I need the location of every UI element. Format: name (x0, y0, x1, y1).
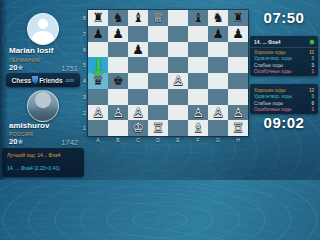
logo-text-2: Friends (39, 77, 62, 84)
square-d5[interactable] (148, 57, 168, 73)
square-b7[interactable]: ♟ (108, 26, 128, 42)
piece-white-p-c2[interactable]: ♙ (128, 105, 148, 121)
stats-label: Ошибочные ходы (254, 107, 292, 112)
file-label-c: C (128, 137, 148, 143)
star-icon: ★ (17, 64, 23, 71)
rank-label-1: 1 (82, 125, 87, 131)
piece-white-p-f2[interactable]: ♙ (188, 105, 208, 121)
square-g1[interactable] (208, 120, 228, 136)
logo-suffix: .com (65, 78, 75, 83)
player-level-bottom: 20★ (9, 137, 24, 146)
square-c8[interactable]: ♝ (128, 10, 148, 26)
square-g5[interactable] (208, 57, 228, 73)
square-h7[interactable]: ♟ (228, 26, 248, 42)
square-a3[interactable] (88, 89, 108, 105)
file-label-a: A (88, 137, 108, 143)
piece-black-r-a8[interactable]: ♜ (88, 10, 108, 26)
rank-label-2: 2 (82, 110, 87, 116)
person-icon (38, 19, 48, 29)
square-d7[interactable] (148, 26, 168, 42)
square-g2[interactable]: ♙ (208, 105, 228, 121)
square-c4[interactable] (128, 73, 148, 89)
piece-black-p-a7[interactable]: ♟ (88, 26, 108, 42)
square-e2[interactable] (168, 105, 188, 121)
shield-icon (32, 76, 38, 84)
piece-black-p-h7[interactable]: ♟ (228, 26, 248, 42)
square-d8[interactable]: ♕ (148, 10, 168, 26)
square-b2[interactable]: ♙ (108, 105, 128, 121)
stats-label: Удовлетвор. ходы (254, 94, 292, 99)
square-f3[interactable] (188, 89, 208, 105)
piece-black-n-g8[interactable]: ♞ (208, 10, 228, 26)
player-name-bottom: amishurov (9, 121, 49, 130)
piece-black-b-c8[interactable]: ♝ (128, 10, 148, 26)
piece-white-r-d1[interactable]: ♖ (148, 120, 168, 136)
square-b1[interactable] (108, 120, 128, 136)
avatar-top-player[interactable] (27, 13, 59, 45)
square-c5[interactable] (128, 57, 148, 73)
square-g7[interactable]: ♟ (208, 26, 228, 42)
rank-label-3: 3 (82, 94, 87, 100)
piece-black-r-h8[interactable]: ♜ (228, 10, 248, 26)
stats-row-mistakes: Ошибочные ходы1 (250, 68, 318, 75)
square-f1[interactable]: ♗ (188, 120, 208, 136)
square-e1[interactable] (168, 120, 188, 136)
stats-value: 11 (309, 50, 314, 55)
stats-value: 0 (311, 101, 314, 106)
piece-white-p-g2[interactable]: ♙ (208, 105, 228, 121)
piece-black-k-b4[interactable]: ♚ (108, 73, 128, 89)
piece-black-p-g7[interactable]: ♟ (208, 26, 228, 42)
chessfriends-logo: Chess Friends .com (6, 73, 80, 87)
player-level-top: 20★ (9, 63, 24, 72)
square-a1[interactable] (88, 120, 108, 136)
stats-value: 1 (311, 107, 314, 112)
square-h2[interactable]: ♙ (228, 105, 248, 121)
square-a5[interactable] (88, 57, 108, 73)
piece-white-r-h1[interactable]: ♖ (228, 120, 248, 136)
square-d6[interactable] (148, 42, 168, 58)
square-a7[interactable]: ♟ (88, 26, 108, 42)
rank-label-8: 8 (82, 15, 87, 21)
square-a4[interactable]: ♛ (88, 73, 108, 89)
played-move-line: 14. ... Фxa4 (2.23>0.41) (7, 165, 60, 171)
square-b5[interactable] (108, 57, 128, 73)
piece-white-q-d8[interactable]: ♕ (148, 10, 168, 26)
square-a6[interactable] (88, 42, 108, 58)
square-g8[interactable]: ♞ (208, 10, 228, 26)
piece-white-p-h2[interactable]: ♙ (228, 105, 248, 121)
square-h4[interactable] (228, 73, 248, 89)
stats-value: 3 (311, 56, 314, 61)
piece-white-p-a2[interactable]: ♙ (88, 105, 108, 121)
square-d3[interactable] (148, 89, 168, 105)
square-d1[interactable]: ♖ (148, 120, 168, 136)
square-f2[interactable]: ♙ (188, 105, 208, 121)
stats-row-mistakes: Ошибочные ходы1 (250, 106, 318, 113)
rank-label-7: 7 (82, 31, 87, 37)
square-d4[interactable] (148, 73, 168, 89)
file-label-b: B (108, 137, 128, 143)
square-b8[interactable]: ♞ (108, 10, 128, 26)
rank-label-4: 4 (82, 78, 87, 84)
square-h8[interactable]: ♜ (228, 10, 248, 26)
stats-value: 3 (311, 63, 314, 68)
piece-white-b-f1[interactable]: ♗ (188, 120, 208, 136)
square-f6[interactable] (188, 42, 208, 58)
stats-label: Хорошие ходы (254, 88, 285, 93)
stats-label: Слабые ходы (254, 101, 283, 106)
engine-analysis-panel: Лучший ход: 14... Фxa4 14. ... Фxa4 (2.2… (2, 148, 84, 177)
stats-label: Хорошие ходы (254, 50, 285, 55)
square-d2[interactable] (148, 105, 168, 121)
chess-board[interactable]: ♜♞♝♕♝♞♜♟♟♟♟♟♛♚♙♙♙♙♙♙♙♔♖♗♖ (88, 10, 248, 136)
file-label-d: D (148, 137, 168, 143)
avatar-bottom-player[interactable] (27, 90, 59, 122)
square-f7[interactable] (188, 26, 208, 42)
stats-label: Слабые ходы (254, 63, 283, 68)
clock-bottom-player: 09:02 (250, 114, 318, 131)
player-name-top: Marian Iosif (9, 46, 53, 55)
square-g6[interactable] (208, 42, 228, 58)
rank-label-6: 6 (82, 47, 87, 53)
square-b4[interactable]: ♚ (108, 73, 128, 89)
file-label-h: H (228, 137, 248, 143)
piece-white-p-b2[interactable]: ♙ (108, 105, 128, 121)
square-f5[interactable] (188, 57, 208, 73)
piece-white-k-c1[interactable]: ♔ (128, 120, 148, 136)
star-icon: ★ (17, 138, 23, 145)
square-c7[interactable] (128, 26, 148, 42)
square-e7[interactable] (168, 26, 188, 42)
piece-black-p-c6[interactable]: ♟ (128, 42, 148, 58)
good-move-dot-icon (310, 40, 314, 44)
piece-black-q-a4[interactable]: ♛ (88, 73, 108, 89)
square-e3[interactable] (168, 89, 188, 105)
rank-label-5: 5 (82, 62, 87, 68)
square-e5[interactable] (168, 57, 188, 73)
square-a2[interactable]: ♙ (88, 105, 108, 121)
square-a8[interactable]: ♜ (88, 10, 108, 26)
square-h3[interactable] (228, 89, 248, 105)
stats-label: Ошибочные ходы (254, 69, 292, 74)
square-g4[interactable] (208, 73, 228, 89)
square-f4[interactable] (188, 73, 208, 89)
square-e4[interactable]: ♙ (168, 73, 188, 89)
square-c6[interactable]: ♟ (128, 42, 148, 58)
square-c1[interactable]: ♔ (128, 120, 148, 136)
square-h5[interactable] (228, 57, 248, 73)
piece-black-p-b7[interactable]: ♟ (108, 26, 128, 42)
square-h6[interactable] (228, 42, 248, 58)
best-move-line: Лучший ход: 14... Фxa4 (7, 152, 60, 158)
piece-white-p-e4[interactable]: ♙ (168, 73, 188, 89)
player-rating-top: 1751 (61, 64, 78, 73)
stats-label: Удовлетвор. ходы (254, 56, 292, 61)
clock-top-player: 07:50 (250, 9, 318, 26)
move-stats-panel-bottom: Хорошие ходы12 Удовлетвор. ходы3 Слабые … (250, 84, 318, 114)
piece-black-b-f8[interactable]: ♝ (188, 10, 208, 26)
square-b3[interactable] (108, 89, 128, 105)
file-label-f: F (188, 137, 208, 143)
square-e6[interactable] (168, 42, 188, 58)
square-f8[interactable]: ♝ (188, 10, 208, 26)
last-move-header: 14. ... Фxa4 (250, 38, 318, 48)
player-rating-bottom: 1742 (61, 138, 78, 147)
file-label-e: E (168, 137, 188, 143)
square-g3[interactable] (208, 89, 228, 105)
file-label-g: G (208, 137, 228, 143)
square-c3[interactable] (128, 89, 148, 105)
square-c2[interactable]: ♙ (128, 105, 148, 121)
square-b6[interactable] (108, 42, 128, 58)
piece-black-n-b8[interactable]: ♞ (108, 10, 128, 26)
stats-value: 3 (311, 94, 314, 99)
logo-text-1: Chess (12, 77, 32, 84)
stats-value: 12 (309, 88, 314, 93)
last-move-text: 14. ... Фxa4 (254, 39, 281, 45)
square-h1[interactable]: ♖ (228, 120, 248, 136)
person-icon (32, 31, 54, 45)
stats-value: 1 (311, 69, 314, 74)
square-e8[interactable] (168, 10, 188, 26)
move-stats-panel-top: 14. ... Фxa4 Хорошие ходы11 Удовлетвор. … (250, 36, 318, 76)
